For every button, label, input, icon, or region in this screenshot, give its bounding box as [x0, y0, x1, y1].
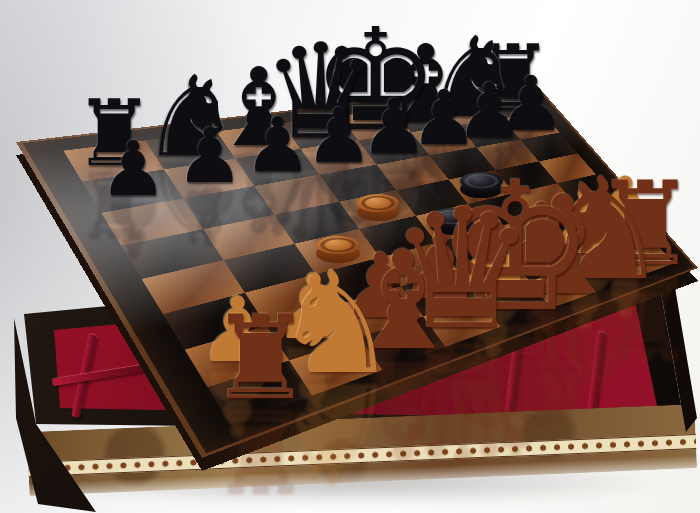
inlay-band — [28, 434, 696, 477]
felt-divider — [52, 365, 144, 386]
product-photo-scene: ♜♜♞♞♝♝♚♚♟♟♛♛♟♟♟♟♝♝♟♟♞♞♟♟♜♜♟♟♟♟♟♟♟♟♟♟♜♜♟♟… — [0, 0, 700, 513]
